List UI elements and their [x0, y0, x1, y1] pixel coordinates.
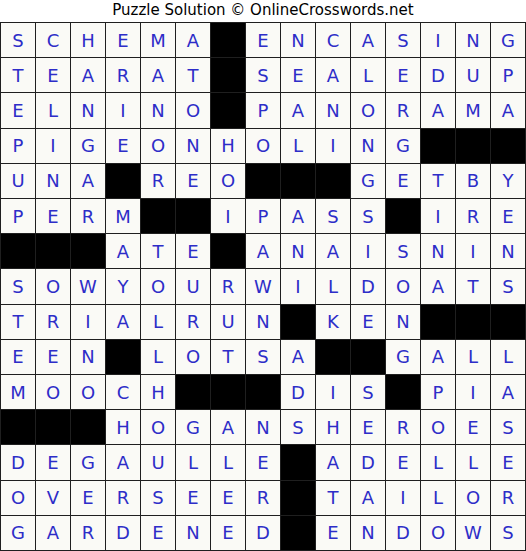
letter-cell: N [316, 93, 350, 127]
black-cell [1, 410, 35, 444]
letter-cell: T [176, 58, 210, 92]
letter-cell: V [36, 481, 70, 515]
letter-cell: E [211, 481, 245, 515]
letter-cell: D [106, 516, 140, 550]
letter-cell: A [351, 481, 385, 515]
black-cell [491, 129, 525, 163]
letter-cell: L [316, 269, 350, 303]
letter-cell: P [1, 199, 35, 233]
letter-cell: S [351, 199, 385, 233]
letter-cell: S [491, 516, 525, 550]
letter-cell: A [106, 445, 140, 479]
letter-cell: U [141, 445, 175, 479]
letter-cell: E [176, 164, 210, 198]
black-cell [421, 129, 455, 163]
letter-cell: E [106, 23, 140, 57]
letter-cell: L [36, 93, 70, 127]
letter-cell: A [316, 445, 350, 479]
letter-cell: T [141, 234, 175, 268]
black-cell [421, 305, 455, 339]
letter-cell: I [106, 93, 140, 127]
black-cell [211, 375, 245, 409]
letter-cell: O [176, 93, 210, 127]
letter-cell: E [1, 93, 35, 127]
black-cell [1, 234, 35, 268]
black-cell [106, 164, 140, 198]
letter-cell: O [141, 410, 175, 444]
letter-cell: G [386, 129, 420, 163]
letter-cell: O [141, 129, 175, 163]
letter-cell: T [211, 340, 245, 374]
letter-cell: S [1, 23, 35, 57]
letter-cell: A [106, 234, 140, 268]
letter-cell: O [421, 516, 455, 550]
letter-cell: S [491, 410, 525, 444]
letter-cell: H [211, 129, 245, 163]
letter-cell: S [1, 269, 35, 303]
letter-cell: T [456, 269, 490, 303]
letter-cell: O [246, 129, 280, 163]
black-cell [211, 23, 245, 57]
letter-cell: E [246, 445, 280, 479]
letter-cell: W [246, 269, 280, 303]
letter-cell: A [421, 269, 455, 303]
letter-cell: U [211, 305, 245, 339]
letter-cell: I [421, 23, 455, 57]
black-cell [281, 445, 315, 479]
black-cell [36, 234, 70, 268]
letter-cell: G [351, 164, 385, 198]
letter-cell: E [281, 58, 315, 92]
letter-cell: S [386, 234, 420, 268]
letter-cell: L [456, 340, 490, 374]
letter-cell: A [176, 23, 210, 57]
letter-cell: E [141, 516, 175, 550]
page-title: Puzzle Solution © OnlineCrosswords.net [0, 0, 526, 22]
letter-cell: P [421, 375, 455, 409]
letter-cell: L [421, 481, 455, 515]
letter-cell: L [141, 340, 175, 374]
black-cell [456, 129, 490, 163]
letter-cell: I [421, 199, 455, 233]
letter-cell: L [281, 129, 315, 163]
letter-cell: O [141, 269, 175, 303]
letter-cell: S [141, 481, 175, 515]
letter-cell: R [106, 481, 140, 515]
black-cell [281, 516, 315, 550]
letter-cell: N [456, 23, 490, 57]
letter-cell: S [386, 23, 420, 57]
black-cell [246, 164, 280, 198]
letter-cell: S [246, 58, 280, 92]
letter-cell: S [316, 199, 350, 233]
black-cell [176, 199, 210, 233]
letter-cell: N [246, 410, 280, 444]
letter-cell: I [316, 375, 350, 409]
letter-cell: L [456, 445, 490, 479]
letter-cell: A [106, 305, 140, 339]
letter-cell: N [281, 23, 315, 57]
letter-cell: R [176, 305, 210, 339]
crossword-grid: SCHEMAENCASINGTEARATSEALEDUPELNINOPANORA… [0, 22, 526, 551]
letter-cell: E [316, 516, 350, 550]
letter-cell: E [36, 340, 70, 374]
letter-cell: U [176, 269, 210, 303]
letter-cell: G [1, 516, 35, 550]
letter-cell: T [1, 305, 35, 339]
letter-cell: G [386, 340, 420, 374]
letter-cell: A [71, 58, 105, 92]
letter-cell: S [246, 340, 280, 374]
letter-cell: O [386, 269, 420, 303]
letter-cell: Y [491, 164, 525, 198]
letter-cell: I [456, 375, 490, 409]
black-cell [316, 340, 350, 374]
black-cell [281, 481, 315, 515]
letter-cell: I [211, 199, 245, 233]
letter-cell: G [491, 23, 525, 57]
letter-cell: E [71, 481, 105, 515]
letter-cell: R [211, 269, 245, 303]
letter-cell: A [421, 93, 455, 127]
letter-cell: E [36, 445, 70, 479]
letter-cell: M [106, 199, 140, 233]
letter-cell: U [456, 58, 490, 92]
letter-cell: H [141, 375, 175, 409]
letter-cell: C [316, 23, 350, 57]
letter-cell: R [491, 481, 525, 515]
letter-cell: A [316, 234, 350, 268]
letter-cell: N [491, 234, 525, 268]
letter-cell: O [351, 93, 385, 127]
black-cell [246, 375, 280, 409]
letter-cell: G [176, 410, 210, 444]
letter-cell: A [71, 164, 105, 198]
letter-cell: K [316, 305, 350, 339]
letter-cell: E [491, 199, 525, 233]
letter-cell: W [71, 269, 105, 303]
puzzle-solution-page: Puzzle Solution © OnlineCrosswords.net S… [0, 0, 526, 551]
letter-cell: O [36, 375, 70, 409]
letter-cell: E [106, 129, 140, 163]
letter-cell: N [351, 516, 385, 550]
letter-cell: O [211, 164, 245, 198]
black-cell [491, 305, 525, 339]
letter-cell: A [351, 23, 385, 57]
black-cell [211, 93, 245, 127]
letter-cell: D [386, 516, 420, 550]
letter-cell: E [386, 445, 420, 479]
letter-cell: G [71, 129, 105, 163]
letter-cell: A [141, 58, 175, 92]
letter-cell: R [71, 199, 105, 233]
black-cell [211, 58, 245, 92]
letter-cell: O [456, 481, 490, 515]
letter-cell: E [491, 445, 525, 479]
letter-cell: R [71, 516, 105, 550]
letter-cell: T [421, 164, 455, 198]
letter-cell: S [491, 269, 525, 303]
letter-cell: I [456, 234, 490, 268]
letter-cell: Y [106, 269, 140, 303]
letter-cell: I [351, 234, 385, 268]
letter-cell: C [36, 23, 70, 57]
letter-cell: L [351, 58, 385, 92]
letter-cell: L [141, 305, 175, 339]
letter-cell: E [246, 23, 280, 57]
black-cell [141, 199, 175, 233]
letter-cell: N [281, 234, 315, 268]
letter-cell: R [386, 93, 420, 127]
letter-cell: E [386, 58, 420, 92]
letter-cell: R [246, 481, 280, 515]
letter-cell: O [176, 340, 210, 374]
letter-cell: H [316, 410, 350, 444]
letter-cell: E [211, 516, 245, 550]
black-cell [281, 164, 315, 198]
letter-cell: A [211, 410, 245, 444]
letter-cell: O [421, 410, 455, 444]
letter-cell: N [246, 305, 280, 339]
letter-cell: M [1, 375, 35, 409]
letter-cell: I [316, 129, 350, 163]
letter-cell: E [176, 481, 210, 515]
letter-cell: D [281, 375, 315, 409]
letter-cell: H [106, 410, 140, 444]
letter-cell: N [351, 129, 385, 163]
letter-cell: E [36, 199, 70, 233]
letter-cell: N [176, 129, 210, 163]
black-cell [351, 340, 385, 374]
letter-cell: N [71, 340, 105, 374]
letter-cell: O [71, 375, 105, 409]
letter-cell: L [211, 445, 245, 479]
black-cell [176, 375, 210, 409]
black-cell [386, 199, 420, 233]
letter-cell: R [456, 199, 490, 233]
black-cell [386, 375, 420, 409]
letter-cell: L [421, 445, 455, 479]
letter-cell: N [141, 93, 175, 127]
letter-cell: P [1, 129, 35, 163]
letter-cell: A [421, 340, 455, 374]
letter-cell: P [491, 58, 525, 92]
black-cell [281, 305, 315, 339]
letter-cell: T [316, 481, 350, 515]
letter-cell: U [1, 164, 35, 198]
letter-cell: R [386, 410, 420, 444]
letter-cell: E [1, 340, 35, 374]
letter-cell: E [456, 410, 490, 444]
letter-cell: A [491, 375, 525, 409]
letter-cell: S [281, 410, 315, 444]
letter-cell: W [456, 516, 490, 550]
letter-cell: I [71, 305, 105, 339]
letter-cell: A [491, 93, 525, 127]
black-cell [71, 410, 105, 444]
letter-cell: N [36, 164, 70, 198]
letter-cell: P [246, 93, 280, 127]
letter-cell: A [281, 340, 315, 374]
letter-cell: E [351, 305, 385, 339]
letter-cell: A [281, 93, 315, 127]
letter-cell: N [421, 234, 455, 268]
letter-cell: D [246, 516, 280, 550]
black-cell [71, 234, 105, 268]
letter-cell: A [316, 58, 350, 92]
letter-cell: B [456, 164, 490, 198]
letter-cell: E [176, 234, 210, 268]
letter-cell: E [36, 58, 70, 92]
letter-cell: L [176, 445, 210, 479]
letter-cell: H [71, 23, 105, 57]
letter-cell: M [141, 23, 175, 57]
letter-cell: R [36, 305, 70, 339]
black-cell [211, 234, 245, 268]
letter-cell: E [386, 164, 420, 198]
letter-cell: R [106, 58, 140, 92]
letter-cell: D [421, 58, 455, 92]
letter-cell: O [1, 481, 35, 515]
black-cell [316, 164, 350, 198]
letter-cell: S [351, 375, 385, 409]
letter-cell: L [491, 340, 525, 374]
black-cell [106, 340, 140, 374]
black-cell [456, 305, 490, 339]
letter-cell: I [36, 129, 70, 163]
letter-cell: N [386, 305, 420, 339]
letter-cell: D [1, 445, 35, 479]
letter-cell: R [141, 164, 175, 198]
letter-cell: D [351, 445, 385, 479]
letter-cell: N [71, 93, 105, 127]
letter-cell: G [71, 445, 105, 479]
letter-cell: A [281, 199, 315, 233]
letter-cell: I [386, 481, 420, 515]
letter-cell: A [246, 234, 280, 268]
letter-cell: P [246, 199, 280, 233]
letter-cell: M [456, 93, 490, 127]
letter-cell: N [176, 516, 210, 550]
letter-cell: D [351, 269, 385, 303]
black-cell [36, 410, 70, 444]
letter-cell: O [36, 269, 70, 303]
letter-cell: I [281, 269, 315, 303]
letter-cell: E [351, 410, 385, 444]
letter-cell: A [36, 516, 70, 550]
letter-cell: C [106, 375, 140, 409]
letter-cell: T [1, 58, 35, 92]
